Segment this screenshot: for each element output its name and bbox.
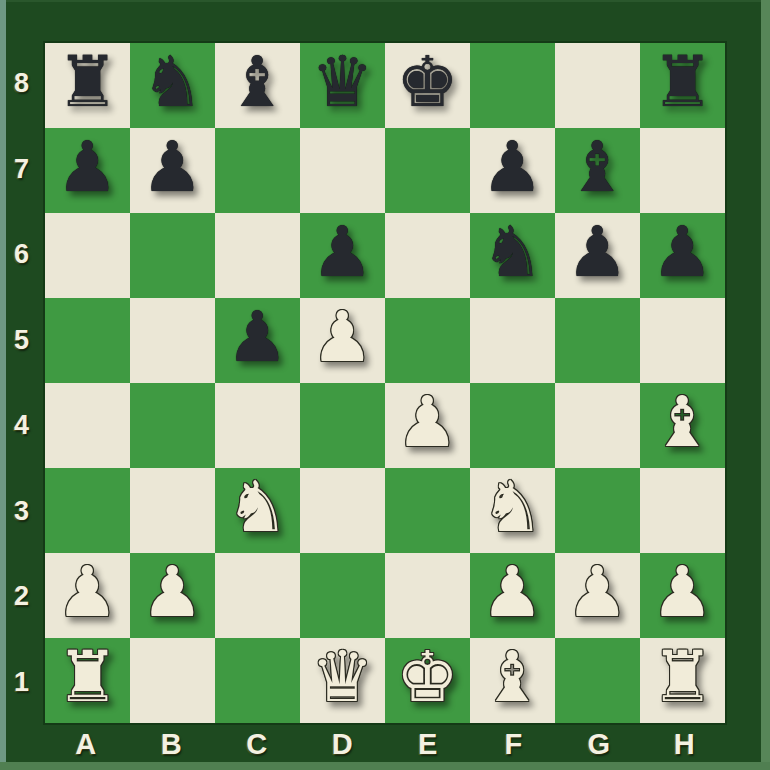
square-h1[interactable]: ♜ [640, 638, 725, 723]
square-h6[interactable]: ♟ [640, 213, 725, 298]
black-knight-piece[interactable]: ♞ [141, 40, 204, 125]
square-g5[interactable] [555, 298, 640, 383]
rank-label-7: 7 [0, 127, 43, 213]
square-f1[interactable]: ♝ [470, 638, 555, 723]
square-d2[interactable] [300, 553, 385, 638]
square-c8[interactable]: ♝ [215, 43, 300, 128]
black-bishop-piece[interactable]: ♝ [566, 125, 629, 210]
square-a7[interactable]: ♟ [45, 128, 130, 213]
black-pawn-piece[interactable]: ♟ [566, 210, 629, 295]
square-c5[interactable]: ♟ [215, 298, 300, 383]
square-d7[interactable] [300, 128, 385, 213]
square-h5[interactable] [640, 298, 725, 383]
rank-label-5: 5 [0, 298, 43, 384]
square-c2[interactable] [215, 553, 300, 638]
black-rook-piece[interactable]: ♜ [56, 40, 119, 125]
square-h3[interactable] [640, 468, 725, 553]
file-label-c: C [214, 725, 300, 763]
white-king-piece[interactable]: ♚ [396, 635, 459, 720]
square-b3[interactable] [130, 468, 215, 553]
board-frame: 87654321 ♜♞♝♛♚♜♟♟♟♝♟♞♟♟♟♟♟♝♞♞♟♟♟♟♟♜♛♚♝♜ … [0, 0, 770, 770]
square-c3[interactable]: ♞ [215, 468, 300, 553]
file-label-b: B [129, 725, 215, 763]
square-d6[interactable]: ♟ [300, 213, 385, 298]
square-f3[interactable]: ♞ [470, 468, 555, 553]
rank-labels: 87654321 [0, 41, 43, 725]
square-e8[interactable]: ♚ [385, 43, 470, 128]
white-pawn-piece[interactable]: ♟ [56, 550, 119, 635]
square-b7[interactable]: ♟ [130, 128, 215, 213]
square-e5[interactable] [385, 298, 470, 383]
rank-label-6: 6 [0, 212, 43, 298]
black-rook-piece[interactable]: ♜ [651, 40, 714, 125]
rank-label-4: 4 [0, 383, 43, 469]
square-a2[interactable]: ♟ [45, 553, 130, 638]
square-a1[interactable]: ♜ [45, 638, 130, 723]
white-knight-piece[interactable]: ♞ [481, 465, 544, 550]
white-pawn-piece[interactable]: ♟ [141, 550, 204, 635]
square-g2[interactable]: ♟ [555, 553, 640, 638]
square-b4[interactable] [130, 383, 215, 468]
square-d4[interactable] [300, 383, 385, 468]
file-label-d: D [300, 725, 386, 763]
square-b8[interactable]: ♞ [130, 43, 215, 128]
chess-board: ♜♞♝♛♚♜♟♟♟♝♟♞♟♟♟♟♟♝♞♞♟♟♟♟♟♜♛♚♝♜ [43, 41, 727, 725]
white-pawn-piece[interactable]: ♟ [566, 550, 629, 635]
rank-label-1: 1 [0, 640, 43, 726]
frame-edge-bottom [0, 762, 770, 770]
square-b6[interactable] [130, 213, 215, 298]
square-f7[interactable]: ♟ [470, 128, 555, 213]
square-b5[interactable] [130, 298, 215, 383]
square-a8[interactable]: ♜ [45, 43, 130, 128]
square-a6[interactable] [45, 213, 130, 298]
file-labels: ABCDEFGH [43, 725, 727, 763]
square-d1[interactable]: ♛ [300, 638, 385, 723]
square-h8[interactable]: ♜ [640, 43, 725, 128]
black-queen-piece[interactable]: ♛ [311, 40, 374, 125]
rank-label-2: 2 [0, 554, 43, 640]
black-pawn-piece[interactable]: ♟ [311, 210, 374, 295]
white-knight-piece[interactable]: ♞ [226, 465, 289, 550]
square-d3[interactable] [300, 468, 385, 553]
white-bishop-piece[interactable]: ♝ [481, 635, 544, 720]
square-h2[interactable]: ♟ [640, 553, 725, 638]
square-g3[interactable] [555, 468, 640, 553]
square-c6[interactable] [215, 213, 300, 298]
white-queen-piece[interactable]: ♛ [311, 635, 374, 720]
frame-edge-right [761, 0, 770, 770]
square-b2[interactable]: ♟ [130, 553, 215, 638]
square-f8[interactable] [470, 43, 555, 128]
black-pawn-piece[interactable]: ♟ [226, 295, 289, 380]
square-c1[interactable] [215, 638, 300, 723]
black-king-piece[interactable]: ♚ [396, 40, 459, 125]
square-f4[interactable] [470, 383, 555, 468]
square-f2[interactable]: ♟ [470, 553, 555, 638]
rank-label-8: 8 [0, 41, 43, 127]
square-b1[interactable] [130, 638, 215, 723]
square-f6[interactable]: ♞ [470, 213, 555, 298]
file-label-h: H [642, 725, 728, 763]
file-label-f: F [471, 725, 557, 763]
square-e6[interactable] [385, 213, 470, 298]
black-bishop-piece[interactable]: ♝ [226, 40, 289, 125]
square-d5[interactable]: ♟ [300, 298, 385, 383]
white-bishop-piece[interactable]: ♝ [651, 380, 714, 465]
frame-edge-top [0, 0, 770, 2]
square-e4[interactable]: ♟ [385, 383, 470, 468]
rank-label-3: 3 [0, 469, 43, 555]
white-rook-piece[interactable]: ♜ [651, 635, 714, 720]
square-a5[interactable] [45, 298, 130, 383]
white-rook-piece[interactable]: ♜ [56, 635, 119, 720]
square-g4[interactable] [555, 383, 640, 468]
square-e3[interactable] [385, 468, 470, 553]
file-label-a: A [43, 725, 129, 763]
square-a3[interactable] [45, 468, 130, 553]
square-d8[interactable]: ♛ [300, 43, 385, 128]
white-pawn-piece[interactable]: ♟ [311, 295, 374, 380]
square-f5[interactable] [470, 298, 555, 383]
square-e1[interactable]: ♚ [385, 638, 470, 723]
square-g6[interactable]: ♟ [555, 213, 640, 298]
square-a4[interactable] [45, 383, 130, 468]
square-c4[interactable] [215, 383, 300, 468]
square-e2[interactable] [385, 553, 470, 638]
square-g7[interactable]: ♝ [555, 128, 640, 213]
square-h7[interactable] [640, 128, 725, 213]
white-pawn-piece[interactable]: ♟ [396, 380, 459, 465]
white-pawn-piece[interactable]: ♟ [651, 550, 714, 635]
file-label-e: E [385, 725, 471, 763]
black-knight-piece[interactable]: ♞ [481, 210, 544, 295]
square-e7[interactable] [385, 128, 470, 213]
file-label-g: G [556, 725, 642, 763]
black-pawn-piece[interactable]: ♟ [141, 125, 204, 210]
square-g8[interactable] [555, 43, 640, 128]
square-c7[interactable] [215, 128, 300, 213]
square-g1[interactable] [555, 638, 640, 723]
square-h4[interactable]: ♝ [640, 383, 725, 468]
black-pawn-piece[interactable]: ♟ [651, 210, 714, 295]
black-pawn-piece[interactable]: ♟ [481, 125, 544, 210]
black-pawn-piece[interactable]: ♟ [56, 125, 119, 210]
white-pawn-piece[interactable]: ♟ [481, 550, 544, 635]
